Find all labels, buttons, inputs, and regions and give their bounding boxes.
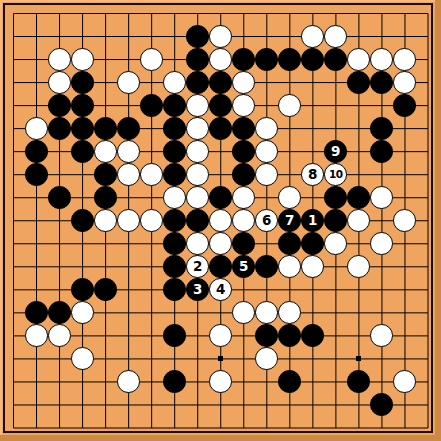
stone-white: [301, 25, 324, 48]
stone-white: [48, 324, 71, 347]
stone-black: [255, 324, 278, 347]
stone-black: [255, 255, 278, 278]
stone-white-move-2: 2: [186, 255, 209, 278]
stone-white: [209, 209, 232, 232]
stone-black: [71, 278, 94, 301]
stone-black: [347, 71, 370, 94]
stone-black: [163, 324, 186, 347]
stone-white: [186, 186, 209, 209]
stone-white: [209, 232, 232, 255]
stone-black: [163, 370, 186, 393]
stone-white: [94, 209, 117, 232]
move-number-label: 5: [239, 260, 248, 274]
stone-black: [209, 255, 232, 278]
stone-white: [255, 140, 278, 163]
stone-black: [163, 209, 186, 232]
stone-white: [140, 48, 163, 71]
stone-black: [163, 117, 186, 140]
stone-black: [48, 301, 71, 324]
stone-black: [186, 71, 209, 94]
stone-white: [48, 71, 71, 94]
stone-white: [370, 186, 393, 209]
stone-black: [370, 71, 393, 94]
move-number-label: 9: [331, 145, 340, 159]
stone-black: [324, 186, 347, 209]
stone-black: [347, 186, 370, 209]
stone-white: [232, 209, 255, 232]
stone-black: [232, 163, 255, 186]
stone-white: [117, 163, 140, 186]
stone-white: [186, 232, 209, 255]
stone-white: [393, 48, 416, 71]
stone-black: [370, 393, 393, 416]
stone-black: [163, 232, 186, 255]
stone-white: [71, 48, 94, 71]
stone-black: [278, 232, 301, 255]
stone-white: [209, 370, 232, 393]
stone-black: [278, 370, 301, 393]
stone-black: [25, 163, 48, 186]
stone-black: [163, 278, 186, 301]
stone-white: [117, 140, 140, 163]
stone-white: [278, 186, 301, 209]
move-number-label: 3: [193, 283, 202, 297]
stone-black: [209, 186, 232, 209]
move-number-label: 4: [216, 283, 225, 297]
stone-black-move-5: 5: [232, 255, 255, 278]
stone-white: [278, 301, 301, 324]
stone-white: [48, 48, 71, 71]
stone-black: [347, 370, 370, 393]
stone-white: [324, 232, 347, 255]
stone-black: [232, 117, 255, 140]
stone-black: [71, 94, 94, 117]
move-number-label: 8: [308, 168, 317, 182]
stone-white: [163, 71, 186, 94]
stone-black-move-7: 7: [278, 209, 301, 232]
stone-white: [140, 209, 163, 232]
stone-black: [232, 232, 255, 255]
stone-black: [71, 209, 94, 232]
stone-black: [140, 94, 163, 117]
stone-black: [71, 71, 94, 94]
stone-white: [347, 255, 370, 278]
stone-black: [301, 324, 324, 347]
stone-black: [163, 255, 186, 278]
stone-black: [163, 163, 186, 186]
stone-black: [209, 71, 232, 94]
stone-black: [324, 209, 347, 232]
stone-black: [278, 48, 301, 71]
stone-white: [278, 255, 301, 278]
stone-white: [232, 94, 255, 117]
stone-black: [232, 140, 255, 163]
stone-white: [209, 324, 232, 347]
stone-white: [163, 186, 186, 209]
stone-white: [255, 301, 278, 324]
stone-white: [324, 25, 347, 48]
move-number-label: 6: [262, 214, 271, 228]
star-point: [356, 356, 361, 361]
move-number-label: 1: [308, 214, 317, 228]
stone-white: [25, 117, 48, 140]
stone-white: [186, 140, 209, 163]
stone-black: [186, 48, 209, 71]
stone-white: [393, 209, 416, 232]
stone-black: [301, 48, 324, 71]
stone-white: [140, 163, 163, 186]
stone-black: [278, 324, 301, 347]
stone-white: [117, 370, 140, 393]
stone-white: [370, 48, 393, 71]
stone-black: [117, 117, 140, 140]
stone-black: [324, 48, 347, 71]
stone-black: [163, 140, 186, 163]
stone-black: [370, 140, 393, 163]
stone-black: [163, 94, 186, 117]
stone-black: [209, 94, 232, 117]
stone-black: [393, 94, 416, 117]
stone-white: [255, 347, 278, 370]
move-number-label: 7: [285, 214, 294, 228]
stone-black: [209, 117, 232, 140]
star-point: [218, 356, 223, 361]
stone-white: [232, 71, 255, 94]
stone-black: [94, 163, 117, 186]
stones-layer: 98106712534: [2, 2, 439, 439]
stone-white: [232, 301, 255, 324]
stone-white-move-4: 4: [209, 278, 232, 301]
stone-white: [301, 255, 324, 278]
stone-black-move-9: 9: [324, 140, 347, 163]
stone-black-move-1: 1: [301, 209, 324, 232]
stone-black: [25, 301, 48, 324]
stone-white: [232, 186, 255, 209]
stone-black: [25, 140, 48, 163]
stone-white: [370, 324, 393, 347]
stone-black: [48, 117, 71, 140]
stone-white: [255, 163, 278, 186]
stone-white: [71, 347, 94, 370]
stone-white-move-6: 6: [255, 209, 278, 232]
stone-black: [94, 278, 117, 301]
move-number-label: 10: [329, 169, 343, 180]
stone-black: [48, 94, 71, 117]
stone-white: [347, 209, 370, 232]
stone-white: [209, 48, 232, 71]
stone-black: [232, 48, 255, 71]
stone-white: [117, 209, 140, 232]
stone-black: [71, 117, 94, 140]
stone-black: [71, 140, 94, 163]
stone-black: [370, 117, 393, 140]
stone-black: [186, 209, 209, 232]
stone-white: [393, 370, 416, 393]
stone-white: [25, 324, 48, 347]
stone-white: [393, 71, 416, 94]
stone-white: [186, 94, 209, 117]
go-board: 98106712534: [0, 0, 441, 441]
move-number-label: 2: [193, 260, 202, 274]
stone-black: [186, 25, 209, 48]
stone-white: [186, 117, 209, 140]
stone-black: [301, 232, 324, 255]
stone-white: [186, 163, 209, 186]
stone-black: [94, 186, 117, 209]
stone-black: [94, 117, 117, 140]
stone-white: [94, 140, 117, 163]
stone-white-move-10: 10: [324, 163, 347, 186]
stone-white: [347, 48, 370, 71]
stone-white: [117, 71, 140, 94]
stone-black: [48, 186, 71, 209]
stone-white: [209, 25, 232, 48]
stone-black-move-3: 3: [186, 278, 209, 301]
stone-white: [71, 301, 94, 324]
stone-white: [255, 117, 278, 140]
stone-white: [370, 232, 393, 255]
stone-white: [278, 94, 301, 117]
stone-black: [255, 48, 278, 71]
stone-white-move-8: 8: [301, 163, 324, 186]
